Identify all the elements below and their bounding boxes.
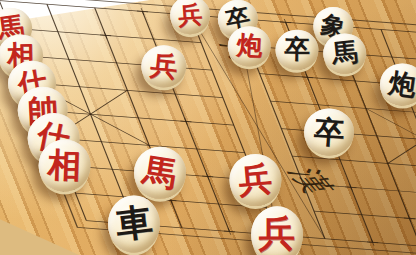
board-plane: 河漢 卒兵炮象馬卒炮馬相兵仕帥卒仕兵相馬車兵 [0, 0, 416, 255]
piece-character: 兵 [177, 2, 203, 28]
piece-character: 卒 [313, 116, 345, 148]
xiangqi-board-photo: 河漢 卒兵炮象馬卒炮馬相兵仕帥卒仕兵相馬車兵 [0, 0, 416, 255]
piece-red-elephant-g1[interactable]: 相 [39, 139, 91, 191]
intersection-i5: 兵 [248, 219, 307, 250]
intersection-g3: 馬 [131, 157, 190, 188]
piece-character: 車 [114, 204, 155, 245]
piece-black-soldier-b7[interactable]: 卒 [275, 30, 318, 70]
piece-red-soldier-i5[interactable]: 兵 [251, 206, 303, 255]
piece-black-cannon-c9[interactable]: 炮 [380, 63, 416, 105]
piece-red-soldier-c4[interactable]: 兵 [142, 45, 187, 87]
intersection-e7: 卒 [300, 117, 359, 148]
piece-character: 兵 [149, 52, 179, 82]
piece-red-soldier-g5[interactable]: 兵 [229, 154, 281, 206]
intersection-c9: 炮 [374, 69, 416, 100]
piece-character: 炮 [387, 69, 416, 100]
intersection-g5: 兵 [226, 164, 285, 195]
piece-red-soldier-a5[interactable]: 兵 [170, 0, 210, 34]
piece-character: 馬 [141, 154, 179, 192]
piece-character: 兵 [237, 162, 273, 198]
piece-black-soldier-e7[interactable]: 卒 [304, 109, 354, 156]
intersection-c4: 兵 [135, 51, 194, 82]
piece-red-horse-g3[interactable]: 馬 [134, 147, 186, 199]
piece-character: 炮 [235, 33, 262, 60]
pieces-grid: 卒兵炮象馬卒炮馬相兵仕帥卒仕兵相馬車兵 [0, 0, 416, 255]
piece-character: 相 [47, 148, 82, 183]
piece-black-horse-b8[interactable]: 馬 [323, 33, 366, 73]
piece-red-cannon-b6[interactable]: 炮 [227, 26, 270, 66]
piece-character: 兵 [259, 217, 295, 253]
intersection-i2: 車 [105, 209, 164, 240]
piece-character: 卒 [283, 37, 309, 63]
piece-character: 馬 [330, 39, 358, 67]
intersection-g1: 相 [35, 150, 94, 181]
